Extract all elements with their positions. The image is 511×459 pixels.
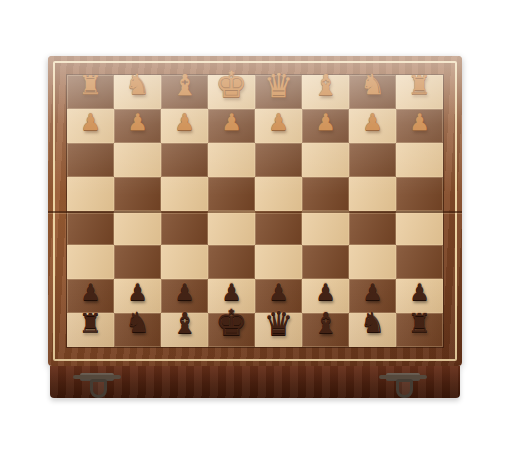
- square-r2-c2[interactable]: ♟: [114, 109, 161, 143]
- fold-hinge-seam: [48, 211, 462, 213]
- board-frame: ♜♞♝♚♛♝♞♜♟♟♟♟♟♟♟♟♟♟♟♟♟♟♟♟♜♞♝♚♛♝♞♜: [48, 56, 462, 366]
- square-r2-c1[interactable]: ♟: [67, 109, 114, 143]
- piece-white-pawn[interactable]: ♟: [409, 111, 430, 134]
- square-r2-c6[interactable]: ♟: [302, 109, 349, 143]
- piece-white-pawn[interactable]: ♟: [315, 111, 336, 134]
- square-r3-c4[interactable]: [208, 143, 255, 177]
- piece-black-rook[interactable]: ♜: [408, 310, 431, 336]
- piece-black-pawn[interactable]: ♟: [315, 281, 336, 304]
- square-r5-c7[interactable]: [349, 211, 396, 245]
- folding-chess-set: ♜♞♝♚♛♝♞♜♟♟♟♟♟♟♟♟♟♟♟♟♟♟♟♟♜♞♝♚♛♝♞♜: [48, 56, 462, 398]
- piece-black-queen[interactable]: ♛: [264, 307, 294, 340]
- piece-white-rook[interactable]: ♜: [79, 72, 102, 98]
- piece-black-pawn[interactable]: ♟: [268, 281, 289, 304]
- square-r4-c2[interactable]: [114, 177, 161, 211]
- square-r5-c6[interactable]: [302, 211, 349, 245]
- piece-white-pawn[interactable]: ♟: [362, 111, 383, 134]
- square-r3-c2[interactable]: [114, 143, 161, 177]
- square-r5-c3[interactable]: [161, 211, 208, 245]
- square-r3-c6[interactable]: [302, 143, 349, 177]
- square-r8-c4[interactable]: ♚: [208, 313, 255, 347]
- square-r1-c2[interactable]: ♞: [114, 75, 161, 109]
- photo-background: ♜♞♝♚♛♝♞♜♟♟♟♟♟♟♟♟♟♟♟♟♟♟♟♟♜♞♝♚♛♝♞♜: [0, 0, 511, 459]
- right-clasp-latch: [386, 373, 420, 381]
- piece-white-king[interactable]: ♚: [215, 67, 247, 103]
- square-r8-c2[interactable]: ♞: [114, 313, 161, 347]
- square-r3-c3[interactable]: [161, 143, 208, 177]
- square-r4-c8[interactable]: [396, 177, 443, 211]
- square-r2-c3[interactable]: ♟: [161, 109, 208, 143]
- piece-black-knight[interactable]: ♞: [125, 309, 150, 337]
- square-r8-c8[interactable]: ♜: [396, 313, 443, 347]
- square-r3-c8[interactable]: [396, 143, 443, 177]
- square-r8-c7[interactable]: ♞: [349, 313, 396, 347]
- square-r6-c7[interactable]: [349, 245, 396, 279]
- square-r4-c5[interactable]: [255, 177, 302, 211]
- square-r1-c6[interactable]: ♝: [302, 75, 349, 109]
- piece-white-queen[interactable]: ♛: [264, 69, 294, 102]
- piece-black-bishop[interactable]: ♝: [172, 309, 198, 338]
- square-r1-c4[interactable]: ♚: [208, 75, 255, 109]
- piece-black-pawn[interactable]: ♟: [221, 281, 242, 304]
- square-r2-c5[interactable]: ♟: [255, 109, 302, 143]
- square-r8-c3[interactable]: ♝: [161, 313, 208, 347]
- square-r5-c2[interactable]: [114, 211, 161, 245]
- square-r1-c5[interactable]: ♛: [255, 75, 302, 109]
- piece-white-pawn[interactable]: ♟: [221, 111, 242, 134]
- square-r2-c8[interactable]: ♟: [396, 109, 443, 143]
- square-r8-c1[interactable]: ♜: [67, 313, 114, 347]
- square-r3-c5[interactable]: [255, 143, 302, 177]
- square-r6-c4[interactable]: [208, 245, 255, 279]
- piece-white-pawn[interactable]: ♟: [268, 111, 289, 134]
- square-r4-c1[interactable]: [67, 177, 114, 211]
- square-r6-c6[interactable]: [302, 245, 349, 279]
- piece-white-bishop[interactable]: ♝: [172, 71, 198, 100]
- piece-black-pawn[interactable]: ♟: [174, 281, 195, 304]
- square-r3-c7[interactable]: [349, 143, 396, 177]
- square-r8-c6[interactable]: ♝: [302, 313, 349, 347]
- square-r2-c7[interactable]: ♟: [349, 109, 396, 143]
- piece-black-king[interactable]: ♚: [215, 305, 247, 341]
- piece-black-rook[interactable]: ♜: [79, 310, 102, 336]
- square-r4-c4[interactable]: [208, 177, 255, 211]
- square-r5-c4[interactable]: [208, 211, 255, 245]
- square-r6-c8[interactable]: [396, 245, 443, 279]
- square-r1-c1[interactable]: ♜: [67, 75, 114, 109]
- piece-black-pawn[interactable]: ♟: [409, 281, 430, 304]
- square-r6-c5[interactable]: [255, 245, 302, 279]
- piece-black-knight[interactable]: ♞: [360, 309, 385, 337]
- piece-white-rook[interactable]: ♜: [408, 72, 431, 98]
- square-r4-c3[interactable]: [161, 177, 208, 211]
- piece-black-pawn[interactable]: ♟: [80, 281, 101, 304]
- square-r1-c3[interactable]: ♝: [161, 75, 208, 109]
- piece-white-pawn[interactable]: ♟: [174, 111, 195, 134]
- piece-white-knight[interactable]: ♞: [125, 71, 150, 99]
- left-clasp-latch: [80, 373, 114, 381]
- piece-black-bishop[interactable]: ♝: [313, 309, 339, 338]
- piece-white-pawn[interactable]: ♟: [80, 111, 101, 134]
- box-front-edge: [50, 366, 460, 398]
- square-r2-c4[interactable]: ♟: [208, 109, 255, 143]
- piece-black-pawn[interactable]: ♟: [127, 281, 148, 304]
- square-r5-c1[interactable]: [67, 211, 114, 245]
- square-r6-c2[interactable]: [114, 245, 161, 279]
- piece-black-pawn[interactable]: ♟: [362, 281, 383, 304]
- square-r1-c8[interactable]: ♜: [396, 75, 443, 109]
- square-r5-c5[interactable]: [255, 211, 302, 245]
- piece-white-pawn[interactable]: ♟: [127, 111, 148, 134]
- square-r4-c7[interactable]: [349, 177, 396, 211]
- square-r3-c1[interactable]: [67, 143, 114, 177]
- piece-white-knight[interactable]: ♞: [360, 71, 385, 99]
- square-r5-c8[interactable]: [396, 211, 443, 245]
- square-r6-c3[interactable]: [161, 245, 208, 279]
- piece-white-bishop[interactable]: ♝: [313, 71, 339, 100]
- square-r6-c1[interactable]: [67, 245, 114, 279]
- square-r4-c6[interactable]: [302, 177, 349, 211]
- square-r1-c7[interactable]: ♞: [349, 75, 396, 109]
- square-r8-c5[interactable]: ♛: [255, 313, 302, 347]
